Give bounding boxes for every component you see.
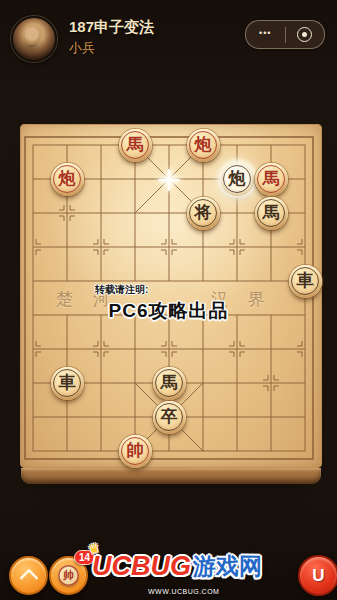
piece-glyph: 将 — [195, 204, 212, 221]
board-point — [16, 128, 50, 162]
board-point — [16, 196, 50, 230]
board-grid[interactable]: 馬炮炮炮馬将馬車車馬卒帥 — [16, 128, 322, 468]
board-point — [254, 128, 288, 162]
top-bar: 187申子变法 小兵 ••• — [0, 0, 337, 64]
logo-seal: U — [298, 555, 337, 596]
board-point: 馬 — [118, 128, 152, 162]
mini-piece-icon: 帅 — [58, 565, 79, 586]
piece-glyph: 馬 — [127, 136, 144, 153]
piece-black-卒[interactable]: 卒 — [153, 401, 186, 434]
board-point: 馬 — [254, 196, 288, 230]
board-point — [84, 434, 118, 468]
logo-url: WWW.UCBUG.COM — [148, 588, 219, 595]
board-point — [118, 196, 152, 230]
piece-glyph: 馬 — [263, 170, 280, 187]
board-point — [288, 332, 322, 366]
board-point — [16, 298, 50, 332]
board-point — [152, 264, 186, 298]
board-point — [118, 332, 152, 366]
board-point: 車 — [288, 264, 322, 298]
ucbug-logo: ♛ UCBUG 游戏网 — [92, 551, 262, 582]
board-point — [50, 332, 84, 366]
piece-glyph: 車 — [59, 374, 76, 391]
exit-target-icon — [297, 27, 312, 42]
board-point — [152, 332, 186, 366]
board-point — [152, 162, 186, 196]
board-point — [50, 128, 84, 162]
piece-black-将[interactable]: 将 — [187, 197, 220, 230]
board-point — [16, 366, 50, 400]
board-point — [254, 264, 288, 298]
board-point — [84, 128, 118, 162]
board-point — [220, 298, 254, 332]
board-point — [254, 434, 288, 468]
board-point — [84, 332, 118, 366]
piece-red-炮[interactable]: 炮 — [187, 129, 220, 162]
board-point — [84, 298, 118, 332]
board-point: 馬 — [254, 162, 288, 196]
board-point — [254, 230, 288, 264]
board-point — [220, 434, 254, 468]
piece-red-炮[interactable]: 炮 — [51, 163, 84, 196]
more-button[interactable]: ••• — [246, 21, 285, 48]
piece-glyph: 炮 — [195, 136, 212, 153]
player-rank: 小兵 — [69, 39, 95, 57]
board-point — [50, 298, 84, 332]
piece-red-馬[interactable]: 馬 — [255, 163, 288, 196]
board-point — [220, 196, 254, 230]
board-point — [220, 128, 254, 162]
board-point — [220, 366, 254, 400]
expand-menu-button[interactable] — [9, 556, 48, 595]
board-point — [288, 162, 322, 196]
board-point — [288, 128, 322, 162]
board-point — [152, 128, 186, 162]
piece-glyph: 炮 — [229, 170, 246, 187]
board-point: 車 — [50, 366, 84, 400]
board-point — [50, 230, 84, 264]
piece-glyph: 帥 — [127, 442, 144, 459]
board-point — [288, 400, 322, 434]
board-point — [118, 366, 152, 400]
logo-text-cn: 游戏网 — [193, 551, 262, 582]
close-button[interactable] — [286, 21, 325, 48]
board-point — [220, 332, 254, 366]
board-point — [50, 196, 84, 230]
board-point — [118, 298, 152, 332]
puzzle-title: 187申子变法 — [69, 18, 154, 37]
board-point — [16, 400, 50, 434]
board-point — [84, 400, 118, 434]
board-point — [118, 162, 152, 196]
board-point: 将 — [186, 196, 220, 230]
logo-text: UCBUG — [92, 551, 191, 582]
board-point — [84, 264, 118, 298]
board-point: 炮 — [50, 162, 84, 196]
board-point — [50, 400, 84, 434]
board-point: 卒 — [152, 400, 186, 434]
board-point — [118, 264, 152, 298]
piece-red-帥[interactable]: 帥 — [119, 435, 152, 468]
board-point — [50, 264, 84, 298]
board-point — [152, 196, 186, 230]
piece-glyph: 馬 — [263, 204, 280, 221]
piece-black-馬[interactable]: 馬 — [153, 367, 186, 400]
board-point: 炮 — [186, 128, 220, 162]
piece-black-車[interactable]: 車 — [51, 367, 84, 400]
board-point — [16, 230, 50, 264]
piece-red-馬[interactable]: 馬 — [119, 129, 152, 162]
board-point — [118, 400, 152, 434]
more-icon: ••• — [259, 29, 271, 38]
board-point — [220, 400, 254, 434]
notification-badge: 14 — [74, 550, 95, 565]
board-point — [186, 230, 220, 264]
board-point — [288, 366, 322, 400]
miniprogram-capsule: ••• — [245, 20, 325, 49]
piece-glyph: 車 — [297, 272, 314, 289]
board-point — [84, 196, 118, 230]
board-point — [254, 332, 288, 366]
board-point — [186, 264, 220, 298]
board-point — [152, 230, 186, 264]
piece-black-馬[interactable]: 馬 — [255, 197, 288, 230]
board-point — [50, 434, 84, 468]
board-point — [152, 434, 186, 468]
board-point — [84, 162, 118, 196]
board-point: 炮 — [220, 162, 254, 196]
board-point — [186, 366, 220, 400]
board-point — [118, 230, 152, 264]
board-point — [254, 366, 288, 400]
piece-black-炮[interactable]: 炮 — [221, 163, 254, 196]
board-point — [84, 230, 118, 264]
chevron-up-icon — [19, 568, 39, 588]
board-point — [186, 298, 220, 332]
piece-glyph: 炮 — [59, 170, 76, 187]
board-point — [288, 434, 322, 468]
board-point — [186, 332, 220, 366]
board-point — [288, 298, 322, 332]
avatar[interactable] — [11, 16, 57, 62]
board-point: 帥 — [118, 434, 152, 468]
board-point: 馬 — [152, 366, 186, 400]
app-screen: 楚 河 汉 界 馬炮炮炮馬将馬車車馬卒帥 转载请注明: PC6攻略出品 187申… — [0, 0, 337, 600]
board-point — [16, 332, 50, 366]
board-point — [186, 434, 220, 468]
seal-letter: U — [312, 566, 324, 586]
piece-black-車[interactable]: 車 — [289, 265, 322, 298]
board-point — [220, 230, 254, 264]
board-point — [186, 400, 220, 434]
board-point — [186, 162, 220, 196]
board-point — [288, 196, 322, 230]
piece-glyph: 馬 — [161, 374, 178, 391]
piece-glyph: 卒 — [161, 408, 178, 425]
board-point — [84, 366, 118, 400]
board-point — [220, 264, 254, 298]
board-point — [16, 434, 50, 468]
board-point — [16, 264, 50, 298]
board-point — [254, 298, 288, 332]
board-point — [254, 400, 288, 434]
board-point — [288, 230, 322, 264]
board-point — [152, 298, 186, 332]
board-point — [16, 162, 50, 196]
